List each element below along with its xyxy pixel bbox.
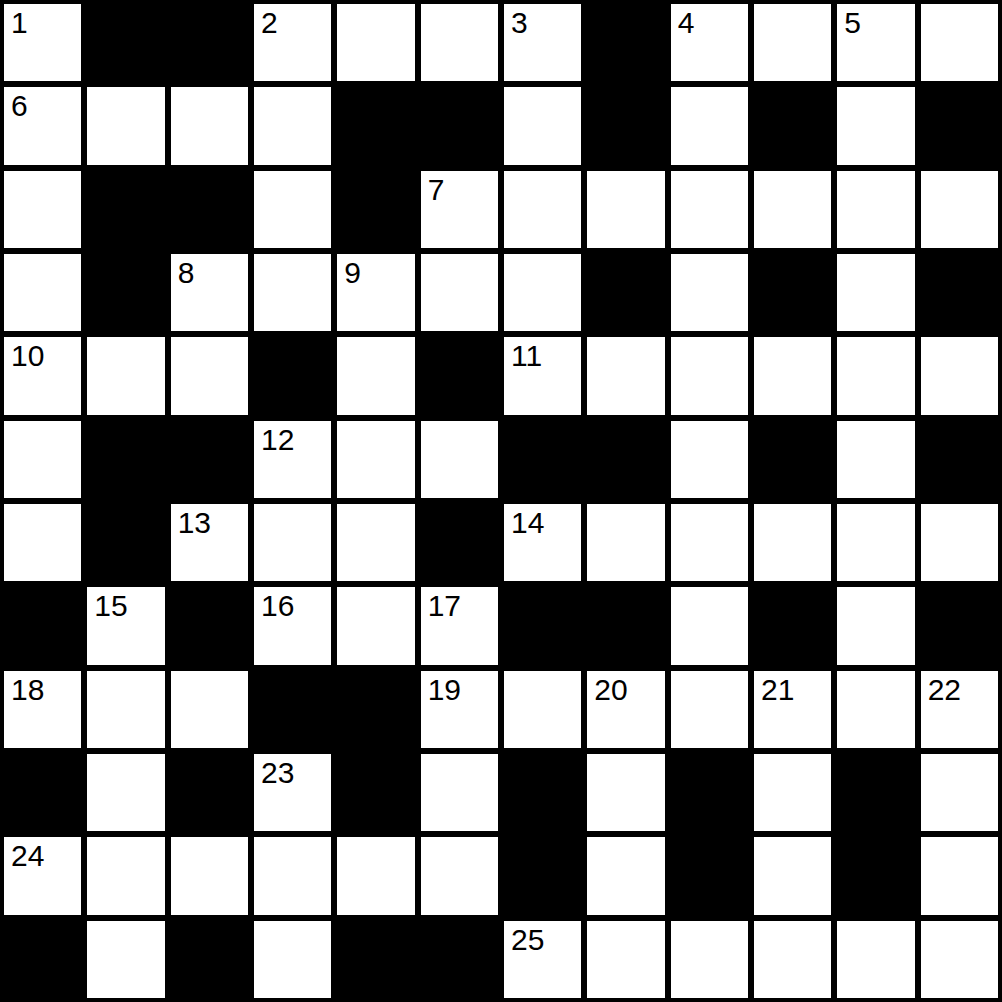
black-cell xyxy=(421,87,498,164)
white-cell[interactable] xyxy=(87,671,164,748)
white-cell[interactable] xyxy=(754,754,831,831)
black-cell xyxy=(4,921,81,998)
white-cell[interactable] xyxy=(4,421,81,498)
white-cell[interactable]: 2 xyxy=(254,4,331,81)
white-cell[interactable] xyxy=(921,4,998,81)
white-cell[interactable] xyxy=(254,254,331,331)
white-cell[interactable]: 17 xyxy=(421,587,498,664)
white-cell[interactable]: 12 xyxy=(254,421,331,498)
black-cell xyxy=(87,254,164,331)
white-cell[interactable] xyxy=(254,837,331,914)
white-cell[interactable] xyxy=(671,337,748,414)
white-cell[interactable] xyxy=(921,504,998,581)
white-cell[interactable] xyxy=(837,587,914,664)
clue-number: 21 xyxy=(761,673,794,706)
black-cell xyxy=(921,87,998,164)
black-cell xyxy=(337,171,414,248)
black-cell xyxy=(171,171,248,248)
white-cell[interactable] xyxy=(754,504,831,581)
black-cell xyxy=(754,254,831,331)
black-cell xyxy=(587,4,664,81)
white-cell[interactable] xyxy=(504,87,581,164)
white-cell[interactable] xyxy=(171,671,248,748)
white-cell[interactable] xyxy=(4,504,81,581)
black-cell xyxy=(337,671,414,748)
black-cell xyxy=(837,754,914,831)
white-cell[interactable]: 9 xyxy=(337,254,414,331)
black-cell xyxy=(171,754,248,831)
black-cell xyxy=(171,4,248,81)
black-cell xyxy=(4,754,81,831)
black-cell xyxy=(87,421,164,498)
white-cell[interactable]: 22 xyxy=(921,671,998,748)
black-cell xyxy=(337,87,414,164)
black-cell xyxy=(337,754,414,831)
black-cell xyxy=(504,754,581,831)
black-cell xyxy=(504,421,581,498)
white-cell[interactable] xyxy=(504,671,581,748)
black-cell xyxy=(921,587,998,664)
white-cell[interactable] xyxy=(504,171,581,248)
black-cell xyxy=(87,171,164,248)
white-cell[interactable] xyxy=(587,837,664,914)
white-cell[interactable] xyxy=(254,171,331,248)
white-cell[interactable] xyxy=(921,754,998,831)
white-cell[interactable] xyxy=(671,254,748,331)
white-cell[interactable] xyxy=(671,171,748,248)
white-cell[interactable] xyxy=(671,504,748,581)
white-cell[interactable] xyxy=(671,421,748,498)
crossword-grid: 1234567891011121314151617181920212223242… xyxy=(0,0,1002,1002)
white-cell[interactable] xyxy=(421,254,498,331)
clue-number: 10 xyxy=(11,339,44,372)
white-cell[interactable]: 8 xyxy=(171,254,248,331)
white-cell[interactable] xyxy=(587,754,664,831)
white-cell[interactable] xyxy=(337,421,414,498)
black-cell xyxy=(87,504,164,581)
white-cell[interactable]: 25 xyxy=(504,921,581,998)
black-cell xyxy=(587,254,664,331)
white-cell[interactable] xyxy=(921,837,998,914)
white-cell[interactable] xyxy=(171,837,248,914)
white-cell[interactable] xyxy=(504,254,581,331)
white-cell[interactable] xyxy=(421,421,498,498)
clue-number: 24 xyxy=(11,839,44,872)
clue-number: 20 xyxy=(594,673,627,706)
white-cell[interactable] xyxy=(671,671,748,748)
clue-number: 12 xyxy=(261,423,294,456)
white-cell[interactable] xyxy=(337,504,414,581)
white-cell[interactable]: 13 xyxy=(171,504,248,581)
black-cell xyxy=(504,587,581,664)
clue-number: 7 xyxy=(428,173,445,206)
white-cell[interactable] xyxy=(587,171,664,248)
clue-number: 23 xyxy=(261,756,294,789)
white-cell[interactable] xyxy=(837,254,914,331)
clue-number: 16 xyxy=(261,589,294,622)
white-cell[interactable] xyxy=(87,337,164,414)
black-cell xyxy=(671,837,748,914)
black-cell xyxy=(587,87,664,164)
white-cell[interactable] xyxy=(837,87,914,164)
white-cell[interactable] xyxy=(587,504,664,581)
clue-number: 13 xyxy=(178,506,211,539)
black-cell xyxy=(337,921,414,998)
clue-number: 19 xyxy=(428,673,461,706)
white-cell[interactable]: 5 xyxy=(837,4,914,81)
white-cell[interactable] xyxy=(837,504,914,581)
black-cell xyxy=(421,921,498,998)
clue-number: 5 xyxy=(844,6,861,39)
white-cell[interactable] xyxy=(671,587,748,664)
clue-number: 4 xyxy=(678,6,695,39)
white-cell[interactable]: 18 xyxy=(4,671,81,748)
clue-number: 9 xyxy=(344,256,361,289)
white-cell[interactable]: 16 xyxy=(254,587,331,664)
black-cell xyxy=(754,421,831,498)
white-cell[interactable]: 15 xyxy=(87,587,164,664)
black-cell xyxy=(171,921,248,998)
white-cell[interactable] xyxy=(754,921,831,998)
black-cell xyxy=(921,254,998,331)
black-cell xyxy=(921,421,998,498)
black-cell xyxy=(171,421,248,498)
clue-number: 17 xyxy=(428,589,461,622)
white-cell[interactable]: 10 xyxy=(4,337,81,414)
white-cell[interactable] xyxy=(337,337,414,414)
white-cell[interactable]: 20 xyxy=(587,671,664,748)
white-cell[interactable]: 3 xyxy=(504,4,581,81)
clue-number: 3 xyxy=(511,6,528,39)
white-cell[interactable] xyxy=(337,837,414,914)
clue-number: 11 xyxy=(511,339,542,372)
black-cell xyxy=(171,587,248,664)
white-cell[interactable]: 24 xyxy=(4,837,81,914)
clue-number: 25 xyxy=(511,923,544,956)
clue-number: 1 xyxy=(11,6,28,39)
black-cell xyxy=(87,4,164,81)
white-cell[interactable] xyxy=(837,921,914,998)
white-cell[interactable] xyxy=(254,87,331,164)
black-cell xyxy=(587,587,664,664)
white-cell[interactable] xyxy=(754,171,831,248)
white-cell[interactable] xyxy=(87,921,164,998)
white-cell[interactable] xyxy=(754,337,831,414)
white-cell[interactable] xyxy=(671,87,748,164)
white-cell[interactable]: 7 xyxy=(421,171,498,248)
white-cell[interactable] xyxy=(4,254,81,331)
white-cell[interactable] xyxy=(254,504,331,581)
white-cell[interactable] xyxy=(754,4,831,81)
white-cell[interactable] xyxy=(254,921,331,998)
white-cell[interactable]: 11 xyxy=(504,337,581,414)
white-cell[interactable] xyxy=(421,754,498,831)
black-cell xyxy=(421,337,498,414)
white-cell[interactable] xyxy=(337,4,414,81)
white-cell[interactable] xyxy=(87,837,164,914)
clue-number: 22 xyxy=(928,673,961,706)
black-cell xyxy=(4,587,81,664)
white-cell[interactable] xyxy=(421,4,498,81)
white-cell[interactable] xyxy=(921,921,998,998)
clue-number: 8 xyxy=(178,256,195,289)
clue-number: 6 xyxy=(11,89,28,122)
white-cell[interactable]: 4 xyxy=(671,4,748,81)
white-cell[interactable]: 6 xyxy=(4,87,81,164)
white-cell[interactable] xyxy=(921,171,998,248)
white-cell[interactable] xyxy=(171,87,248,164)
white-cell[interactable]: 1 xyxy=(4,4,81,81)
white-cell[interactable] xyxy=(837,171,914,248)
white-cell[interactable]: 19 xyxy=(421,671,498,748)
black-cell xyxy=(754,587,831,664)
white-cell[interactable] xyxy=(921,337,998,414)
white-cell[interactable] xyxy=(171,337,248,414)
white-cell[interactable] xyxy=(754,837,831,914)
clue-number: 15 xyxy=(94,589,127,622)
black-cell xyxy=(504,837,581,914)
white-cell[interactable] xyxy=(87,754,164,831)
white-cell[interactable] xyxy=(837,671,914,748)
black-cell xyxy=(421,504,498,581)
black-cell xyxy=(837,837,914,914)
white-cell[interactable]: 23 xyxy=(254,754,331,831)
white-cell[interactable] xyxy=(87,87,164,164)
white-cell[interactable]: 21 xyxy=(754,671,831,748)
clue-number: 14 xyxy=(511,506,544,539)
black-cell xyxy=(754,87,831,164)
white-cell[interactable] xyxy=(421,837,498,914)
clue-number: 18 xyxy=(11,673,44,706)
clue-number: 2 xyxy=(261,6,278,39)
white-cell[interactable] xyxy=(337,587,414,664)
white-cell[interactable]: 14 xyxy=(504,504,581,581)
black-cell xyxy=(254,337,331,414)
white-cell[interactable] xyxy=(671,921,748,998)
white-cell[interactable] xyxy=(587,337,664,414)
white-cell[interactable] xyxy=(587,921,664,998)
black-cell xyxy=(254,671,331,748)
white-cell[interactable] xyxy=(837,337,914,414)
black-cell xyxy=(671,754,748,831)
white-cell[interactable] xyxy=(4,171,81,248)
black-cell xyxy=(587,421,664,498)
white-cell[interactable] xyxy=(837,421,914,498)
